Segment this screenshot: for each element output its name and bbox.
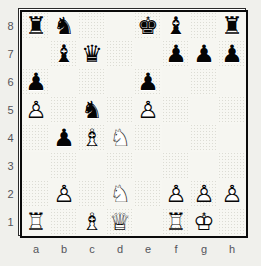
white-knight-d2: ♞♘ [106,180,134,208]
square-c7: ♛ [78,40,106,68]
white-rook-f1: ♜♖ [162,208,190,236]
rank-label-2: 2 [3,180,18,208]
square-g7: ♟ [190,40,218,68]
square-a3 [22,152,50,180]
square-g5 [190,96,218,124]
square-f8: ♝ [162,12,190,40]
file-label-h: h [218,243,246,255]
square-c8 [78,12,106,40]
square-b5 [50,96,78,124]
square-f7: ♟ [162,40,190,68]
rank-label-6: 6 [3,68,18,96]
square-d8 [106,12,134,40]
square-a2 [22,180,50,208]
square-e3 [134,152,162,180]
white-pawn-g2: ♟♙ [190,180,218,208]
chess-board: ♜♞♚♝♜♝♛♟♟♟♟♟♟♙♞♟♙♟♝♗♞♘♟♙♞♘♟♙♟♙♟♙♜♖♝♗♛♕♜♖… [20,10,248,238]
square-h5 [218,96,246,124]
square-d4: ♞♘ [106,124,134,152]
square-e8: ♚ [134,12,162,40]
square-e7 [134,40,162,68]
square-c1: ♝♗ [78,208,106,236]
square-b6 [50,68,78,96]
square-d5 [106,96,134,124]
white-bishop-c4: ♝♗ [78,124,106,152]
black-pawn-a6: ♟ [22,68,50,96]
file-labels: abcdefgh [18,240,250,258]
square-c6 [78,68,106,96]
square-h8: ♜ [218,12,246,40]
square-h2: ♟♙ [218,180,246,208]
square-a8: ♜ [22,12,50,40]
white-pawn-a5: ♟♙ [22,96,50,124]
black-pawn-f7: ♟ [162,40,190,68]
black-knight-c5: ♞ [78,96,106,124]
rank-label-1: 1 [3,208,18,236]
file-label-b: b [50,243,78,255]
square-c3 [78,152,106,180]
square-b7: ♝ [50,40,78,68]
board-frame: ♜♞♚♝♜♝♛♟♟♟♟♟♟♙♞♟♙♟♝♗♞♘♟♙♞♘♟♙♟♙♟♙♜♖♝♗♛♕♜♖… [18,8,246,236]
square-e6: ♟ [134,68,162,96]
white-king-g1: ♚♔ [190,208,218,236]
square-d1: ♛♕ [106,208,134,236]
black-rook-h8: ♜ [218,12,246,40]
black-pawn-e6: ♟ [134,68,162,96]
square-b8: ♞ [50,12,78,40]
square-c5: ♞ [78,96,106,124]
rank-label-7: 7 [3,40,18,68]
white-bishop-c1: ♝♗ [78,208,106,236]
square-f2: ♟♙ [162,180,190,208]
square-a6: ♟ [22,68,50,96]
white-queen-d1: ♛♕ [106,208,134,236]
chess-diagram: 87654321 ♜♞♚♝♜♝♛♟♟♟♟♟♟♙♞♟♙♟♝♗♞♘♟♙♞♘♟♙♟♙♟… [0,0,261,258]
square-h7: ♟ [218,40,246,68]
square-b3 [50,152,78,180]
square-g4 [190,124,218,152]
square-b1 [50,208,78,236]
square-a7 [22,40,50,68]
file-label-e: e [134,243,162,255]
rank-labels: 87654321 [3,8,18,240]
square-f6 [162,68,190,96]
black-pawn-g7: ♟ [190,40,218,68]
file-label-c: c [78,243,106,255]
square-e1 [134,208,162,236]
rank-label-8: 8 [3,12,18,40]
square-f1: ♜♖ [162,208,190,236]
square-e5: ♟♙ [134,96,162,124]
square-h3 [218,152,246,180]
square-c4: ♝♗ [78,124,106,152]
square-f5 [162,96,190,124]
square-d6 [106,68,134,96]
rank-label-3: 3 [3,152,18,180]
square-g1: ♚♔ [190,208,218,236]
square-d2: ♞♘ [106,180,134,208]
black-bishop-b7: ♝ [50,40,78,68]
square-g8 [190,12,218,40]
square-h4 [218,124,246,152]
white-pawn-h2: ♟♙ [218,180,246,208]
white-knight-d4: ♞♘ [106,124,134,152]
square-d3 [106,152,134,180]
square-e4 [134,124,162,152]
rank-label-4: 4 [3,124,18,152]
black-rook-a8: ♜ [22,12,50,40]
black-bishop-f8: ♝ [162,12,190,40]
square-h6 [218,68,246,96]
black-pawn-h7: ♟ [218,40,246,68]
square-c2 [78,180,106,208]
file-label-d: d [106,243,134,255]
square-g3 [190,152,218,180]
file-label-f: f [162,243,190,255]
square-e2 [134,180,162,208]
square-f4 [162,124,190,152]
square-b2: ♟♙ [50,180,78,208]
file-label-a: a [22,243,50,255]
square-h1 [218,208,246,236]
white-rook-a1: ♜♖ [22,208,50,236]
black-queen-c7: ♛ [78,40,106,68]
square-b4: ♟ [50,124,78,152]
square-a5: ♟♙ [22,96,50,124]
square-d7 [106,40,134,68]
square-g6 [190,68,218,96]
square-g2: ♟♙ [190,180,218,208]
white-pawn-e5: ♟♙ [134,96,162,124]
black-king-e8: ♚ [134,12,162,40]
square-f3 [162,152,190,180]
rank-label-5: 5 [3,96,18,124]
square-a1: ♜♖ [22,208,50,236]
white-pawn-b2: ♟♙ [50,180,78,208]
black-knight-b8: ♞ [50,12,78,40]
black-pawn-b4: ♟ [50,124,78,152]
white-pawn-f2: ♟♙ [162,180,190,208]
square-a4 [22,124,50,152]
file-label-g: g [190,243,218,255]
